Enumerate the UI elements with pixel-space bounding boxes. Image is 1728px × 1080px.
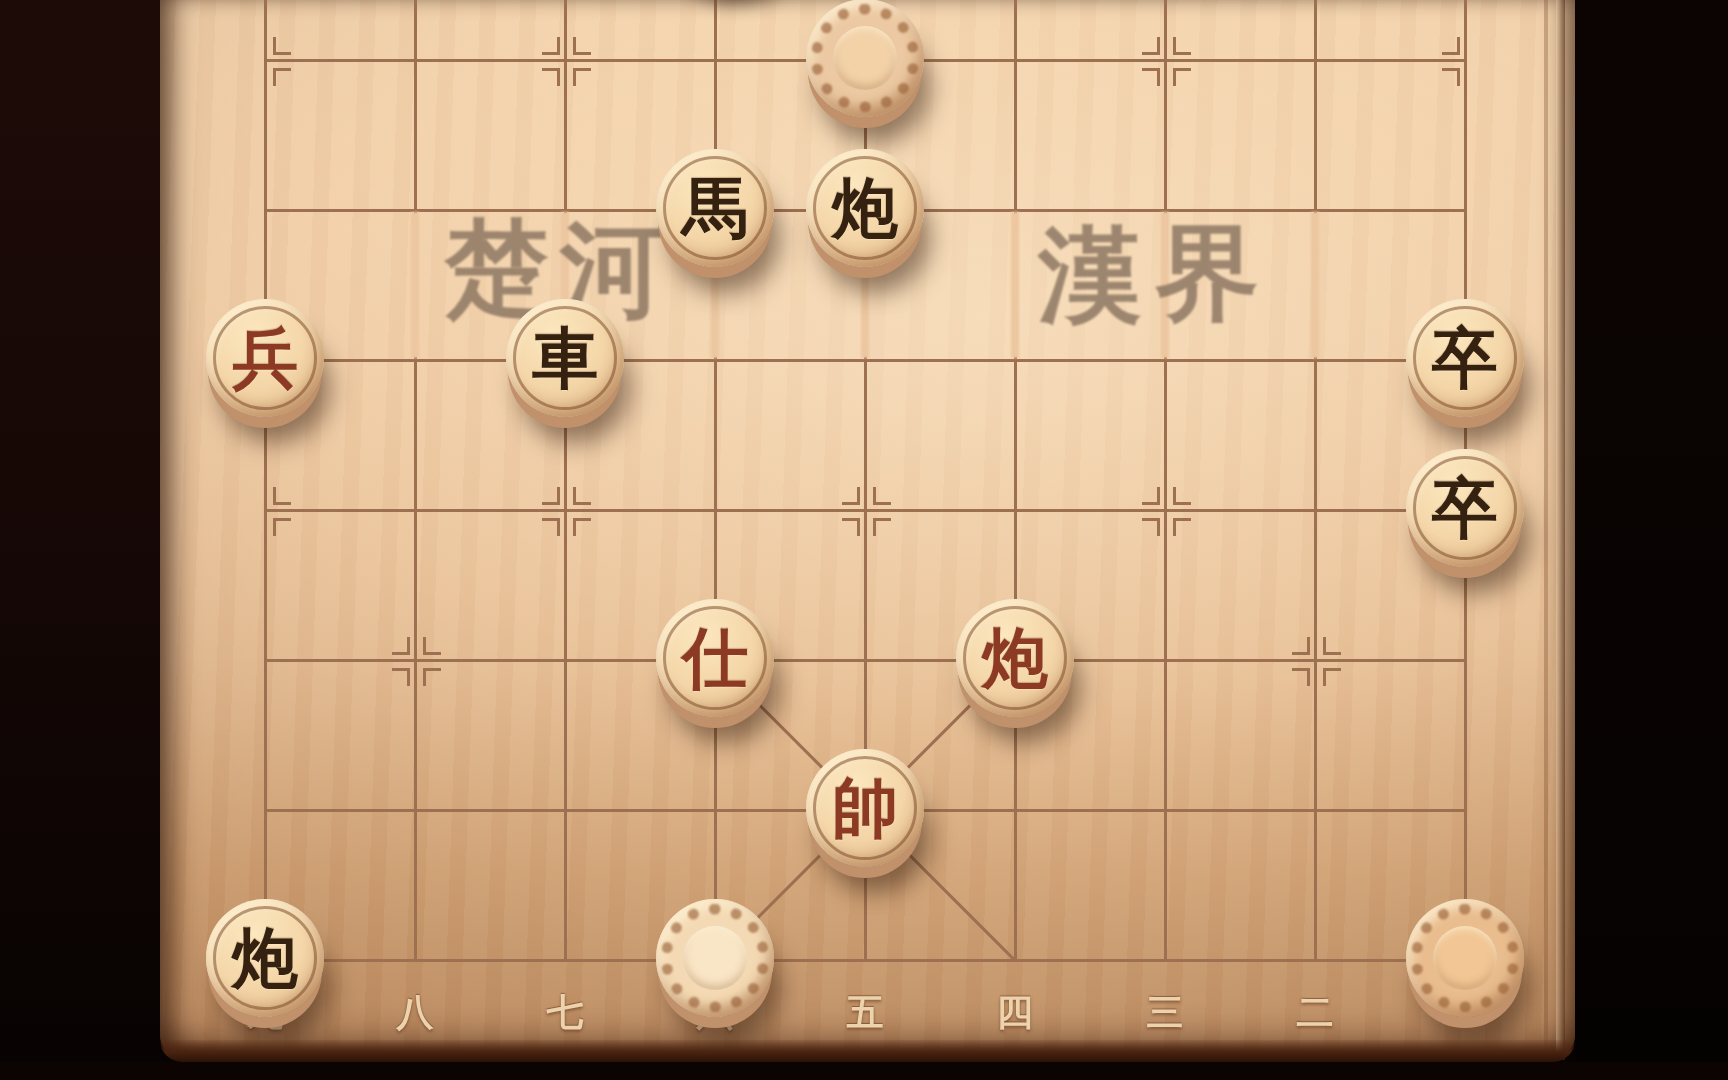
- point-marker-corner: [1173, 518, 1191, 536]
- piece-c6-chariot[interactable]: 車: [506, 299, 624, 417]
- file-label-2: 八: [397, 988, 434, 1038]
- river-gap: [1011, 212, 1019, 358]
- letterbox-bottom-bar: [0, 1062, 1728, 1080]
- point-marker-corner: [1292, 668, 1310, 686]
- hidden-piece-blank-face: [1433, 926, 1497, 990]
- point-marker-corner: [1142, 487, 1160, 505]
- point-marker-corner: [1142, 37, 1160, 55]
- point-marker-corner: [1173, 487, 1191, 505]
- piece-d8-advisor[interactable]: 仕: [656, 599, 774, 717]
- piece-e5-cannon[interactable]: 炮: [806, 149, 924, 267]
- piece-d5-horse[interactable]: 馬: [656, 149, 774, 267]
- board-play-layer: 楚河漢界九八七六五四三二一馬炮兵車卒卒仕炮帥炮: [0, 0, 1728, 1080]
- piece-character: 炮: [982, 625, 1048, 691]
- piece-character: 炮: [832, 175, 898, 241]
- piece-character: 兵: [232, 325, 298, 391]
- piece-e9-general[interactable]: 帥: [806, 749, 924, 867]
- grid-file-line: [264, 0, 267, 960]
- river-gap: [411, 212, 419, 358]
- point-marker-corner: [1173, 37, 1191, 55]
- piece-character: 卒: [1432, 475, 1498, 541]
- piece-f8-cannon[interactable]: 炮: [956, 599, 1074, 717]
- point-marker-corner: [1142, 68, 1160, 86]
- point-marker-corner: [542, 68, 560, 86]
- file-label-8: 二: [1297, 988, 1334, 1038]
- point-marker-corner: [423, 668, 441, 686]
- point-marker-corner: [1442, 68, 1460, 86]
- grid-file-line: [1314, 0, 1317, 960]
- point-marker-corner: [573, 518, 591, 536]
- point-marker-corner: [573, 37, 591, 55]
- piece-a6-soldier[interactable]: 兵: [206, 299, 324, 417]
- piece-character: 仕: [682, 625, 748, 691]
- piece-character: 卒: [1432, 325, 1498, 391]
- point-marker-corner: [1323, 637, 1341, 655]
- point-marker-corner: [542, 37, 560, 55]
- point-marker-corner: [1292, 637, 1310, 655]
- piece-i10-hidden[interactable]: [1406, 899, 1524, 1017]
- grid-file-line: [714, 0, 717, 960]
- point-marker-corner: [1173, 68, 1191, 86]
- point-marker-corner: [1323, 668, 1341, 686]
- point-marker-corner: [873, 518, 891, 536]
- point-marker-corner: [423, 637, 441, 655]
- river-text-char: 界: [1155, 205, 1259, 345]
- piece-e4-hidden[interactable]: [806, 0, 924, 117]
- piece-character: 車: [532, 325, 598, 391]
- point-marker-corner: [392, 668, 410, 686]
- piece-character: 帥: [832, 775, 898, 841]
- grid-rank-line: [265, 359, 1465, 362]
- river-text-char: 漢: [1038, 207, 1142, 347]
- letterbox-right-bar: [1575, 0, 1728, 1080]
- grid-file-line: [414, 0, 417, 960]
- point-marker-corner: [273, 37, 291, 55]
- piece-a10-cannon[interactable]: 炮: [206, 899, 324, 1017]
- point-marker-corner: [273, 518, 291, 536]
- grid-file-line: [1164, 0, 1167, 960]
- xiangqi-app-screen: 楚河漢界九八七六五四三二一馬炮兵車卒卒仕炮帥炮: [0, 0, 1728, 1080]
- point-marker-corner: [1142, 518, 1160, 536]
- point-marker-corner: [873, 487, 891, 505]
- piece-i6-soldier[interactable]: 卒: [1406, 299, 1524, 417]
- point-marker-corner: [392, 637, 410, 655]
- point-marker-corner: [542, 487, 560, 505]
- letterbox-left-bar: [0, 0, 160, 1080]
- file-label-3: 七: [547, 988, 584, 1038]
- file-label-7: 三: [1147, 988, 1184, 1038]
- file-label-6: 四: [997, 988, 1034, 1038]
- piece-i7-soldier[interactable]: 卒: [1406, 449, 1524, 567]
- point-marker-corner: [573, 487, 591, 505]
- point-marker-corner: [1442, 37, 1460, 55]
- piece-d10-hidden[interactable]: [656, 899, 774, 1017]
- piece-character: 炮: [232, 925, 298, 991]
- grid-rank-line: [265, 509, 1465, 512]
- hidden-piece-blank-face: [683, 926, 747, 990]
- point-marker-corner: [542, 518, 560, 536]
- piece-character: 馬: [682, 175, 748, 241]
- hidden-piece-blank-face: [833, 26, 897, 90]
- file-label-5: 五: [847, 988, 884, 1038]
- point-marker-corner: [573, 68, 591, 86]
- board-bottom-edge: [160, 1040, 1575, 1062]
- grid-file-line: [1014, 0, 1017, 960]
- point-marker-corner: [273, 487, 291, 505]
- grid-rank-line: [265, 959, 1465, 962]
- river-gap: [1311, 212, 1319, 358]
- point-marker-corner: [842, 487, 860, 505]
- grid-rank-line: [265, 659, 1465, 662]
- point-marker-corner: [842, 518, 860, 536]
- point-marker-corner: [273, 68, 291, 86]
- grid-file-line: [564, 0, 567, 960]
